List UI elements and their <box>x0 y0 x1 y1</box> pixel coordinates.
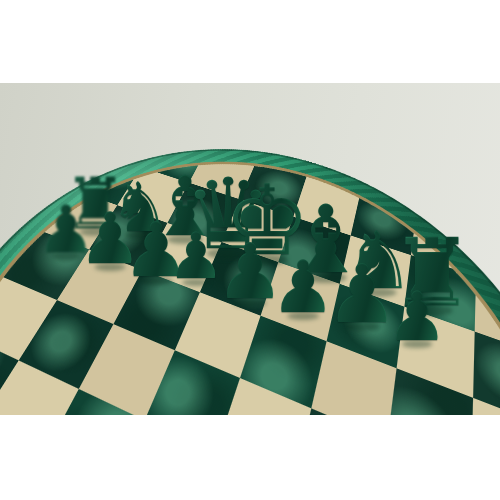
square-h8[interactable] <box>476 228 500 298</box>
brass-inlay-ring <box>0 117 500 415</box>
chess-board <box>0 104 500 415</box>
photo-frame <box>0 83 500 415</box>
chess-grid <box>0 120 500 415</box>
white-matte-bottom <box>0 415 500 500</box>
white-matte-top <box>0 0 500 83</box>
square-a8[interactable] <box>96 120 163 167</box>
board-scene <box>0 83 500 415</box>
